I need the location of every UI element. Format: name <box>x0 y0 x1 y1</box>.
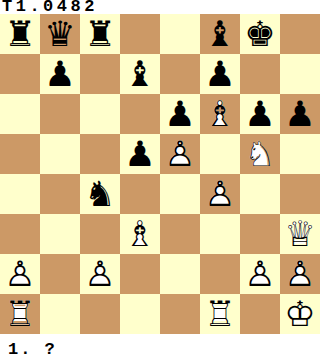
square-e3[interactable] <box>160 214 200 254</box>
square-a7[interactable] <box>0 54 40 94</box>
piece-outline: ♔ <box>280 294 320 334</box>
square-d3[interactable]: ♝♗ <box>120 214 160 254</box>
piece-outline: ♙ <box>240 254 280 294</box>
square-e4[interactable] <box>160 174 200 214</box>
move-prompt: 1. ? <box>0 334 320 360</box>
square-c6[interactable] <box>80 94 120 134</box>
white-rook-icon: ♜♖ <box>200 294 240 334</box>
square-h5[interactable] <box>280 134 320 174</box>
square-b1[interactable] <box>40 294 80 334</box>
black-pawn-icon: ♟ <box>280 94 320 134</box>
square-f4[interactable]: ♟♙ <box>200 174 240 214</box>
square-d7[interactable]: ♝ <box>120 54 160 94</box>
square-c5[interactable] <box>80 134 120 174</box>
black-rook-icon: ♜ <box>0 14 40 54</box>
square-d4[interactable] <box>120 174 160 214</box>
square-d5[interactable]: ♟ <box>120 134 160 174</box>
piece-outline: ♗ <box>200 94 240 134</box>
white-bishop-icon: ♝♗ <box>200 94 240 134</box>
square-f6[interactable]: ♝♗ <box>200 94 240 134</box>
square-b6[interactable] <box>40 94 80 134</box>
square-b8[interactable]: ♛ <box>40 14 80 54</box>
square-a6[interactable] <box>0 94 40 134</box>
square-g3[interactable] <box>240 214 280 254</box>
square-d6[interactable] <box>120 94 160 134</box>
square-f3[interactable] <box>200 214 240 254</box>
white-pawn-icon: ♟♙ <box>280 254 320 294</box>
square-a2[interactable]: ♟♙ <box>0 254 40 294</box>
white-pawn-icon: ♟♙ <box>0 254 40 294</box>
square-b3[interactable] <box>40 214 80 254</box>
black-pawn-icon: ♟ <box>160 94 200 134</box>
square-b7[interactable]: ♟ <box>40 54 80 94</box>
black-bishop-icon: ♝ <box>200 14 240 54</box>
white-pawn-icon: ♟♙ <box>200 174 240 214</box>
square-f8[interactable]: ♝ <box>200 14 240 54</box>
square-h7[interactable] <box>280 54 320 94</box>
piece-outline: ♕ <box>280 214 320 254</box>
square-h3[interactable]: ♛♕ <box>280 214 320 254</box>
white-rook-icon: ♜♖ <box>0 294 40 334</box>
white-knight-icon: ♞♘ <box>240 134 280 174</box>
square-c2[interactable]: ♟♙ <box>80 254 120 294</box>
square-d1[interactable] <box>120 294 160 334</box>
white-bishop-icon: ♝♗ <box>120 214 160 254</box>
square-c1[interactable] <box>80 294 120 334</box>
square-c4[interactable]: ♞ <box>80 174 120 214</box>
black-queen-icon: ♛ <box>40 14 80 54</box>
square-g1[interactable] <box>240 294 280 334</box>
square-d8[interactable] <box>120 14 160 54</box>
square-g5[interactable]: ♞♘ <box>240 134 280 174</box>
piece-outline: ♙ <box>160 134 200 174</box>
piece-outline: ♙ <box>0 254 40 294</box>
square-c8[interactable]: ♜ <box>80 14 120 54</box>
piece-outline: ♙ <box>280 254 320 294</box>
black-pawn-icon: ♟ <box>40 54 80 94</box>
black-bishop-icon: ♝ <box>120 54 160 94</box>
square-e5[interactable]: ♟♙ <box>160 134 200 174</box>
black-pawn-icon: ♟ <box>240 94 280 134</box>
white-pawn-icon: ♟♙ <box>80 254 120 294</box>
piece-outline: ♙ <box>200 174 240 214</box>
square-g7[interactable] <box>240 54 280 94</box>
square-f7[interactable]: ♟ <box>200 54 240 94</box>
square-a3[interactable] <box>0 214 40 254</box>
black-king-icon: ♚ <box>240 14 280 54</box>
square-e6[interactable]: ♟ <box>160 94 200 134</box>
square-f5[interactable] <box>200 134 240 174</box>
square-a8[interactable]: ♜ <box>0 14 40 54</box>
chess-puzzle-app: T1.0482 ♜♛♜♝♚♟♝♟♟♝♗♟♟♟♟♙♞♘♞♟♙♝♗♛♕♟♙♟♙♟♙♟… <box>0 0 320 360</box>
square-c3[interactable] <box>80 214 120 254</box>
square-g4[interactable] <box>240 174 280 214</box>
black-rook-icon: ♜ <box>80 14 120 54</box>
piece-outline: ♙ <box>80 254 120 294</box>
square-a4[interactable] <box>0 174 40 214</box>
white-queen-icon: ♛♕ <box>280 214 320 254</box>
piece-outline: ♖ <box>200 294 240 334</box>
square-c7[interactable] <box>80 54 120 94</box>
square-g6[interactable]: ♟ <box>240 94 280 134</box>
chess-board: ♜♛♜♝♚♟♝♟♟♝♗♟♟♟♟♙♞♘♞♟♙♝♗♛♕♟♙♟♙♟♙♟♙♜♖♜♖♚♔ <box>0 14 320 334</box>
black-pawn-icon: ♟ <box>200 54 240 94</box>
square-f1[interactable]: ♜♖ <box>200 294 240 334</box>
square-e7[interactable] <box>160 54 200 94</box>
square-a1[interactable]: ♜♖ <box>0 294 40 334</box>
black-pawn-icon: ♟ <box>120 134 160 174</box>
square-e8[interactable] <box>160 14 200 54</box>
square-a5[interactable] <box>0 134 40 174</box>
white-pawn-icon: ♟♙ <box>160 134 200 174</box>
square-b2[interactable] <box>40 254 80 294</box>
piece-outline: ♗ <box>120 214 160 254</box>
square-g8[interactable]: ♚ <box>240 14 280 54</box>
square-h4[interactable] <box>280 174 320 214</box>
puzzle-title: T1.0482 <box>0 0 320 14</box>
square-h2[interactable]: ♟♙ <box>280 254 320 294</box>
white-king-icon: ♚♔ <box>280 294 320 334</box>
square-h6[interactable]: ♟ <box>280 94 320 134</box>
square-b4[interactable] <box>40 174 80 214</box>
square-f2[interactable] <box>200 254 240 294</box>
square-b5[interactable] <box>40 134 80 174</box>
square-g2[interactable]: ♟♙ <box>240 254 280 294</box>
white-pawn-icon: ♟♙ <box>240 254 280 294</box>
square-e2[interactable] <box>160 254 200 294</box>
piece-outline: ♖ <box>0 294 40 334</box>
square-h8[interactable] <box>280 14 320 54</box>
square-e1[interactable] <box>160 294 200 334</box>
square-d2[interactable] <box>120 254 160 294</box>
square-h1[interactable]: ♚♔ <box>280 294 320 334</box>
black-knight-icon: ♞ <box>80 174 120 214</box>
piece-outline: ♘ <box>240 134 280 174</box>
